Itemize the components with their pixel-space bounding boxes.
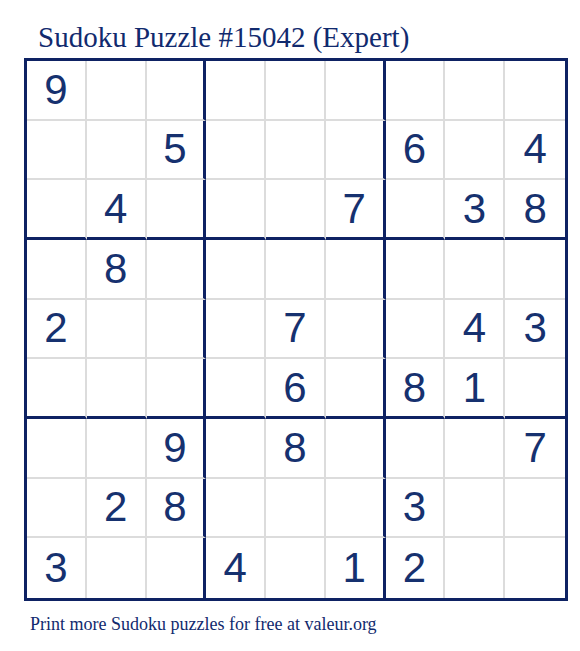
cell-r8c5 [266,479,326,539]
cell-r6c4 [206,359,266,419]
cell-r2c4 [206,121,266,181]
cell-r6c9 [505,359,565,419]
cell-r4c2: 8 [87,240,147,300]
cell-r2c3: 5 [147,121,207,181]
cell-r3c4 [206,180,266,240]
cell-r9c9 [505,538,565,598]
cell-r2c8 [445,121,505,181]
cell-r3c1 [27,180,87,240]
cell-r5c7 [386,300,446,360]
cell-r5c3 [147,300,207,360]
cell-r1c3 [147,61,207,121]
cell-r8c3: 8 [147,479,207,539]
cell-r1c4 [206,61,266,121]
cell-r3c7 [386,180,446,240]
cell-r8c4 [206,479,266,539]
cell-r7c9: 7 [505,419,565,479]
cell-r3c3 [147,180,207,240]
cell-r7c3: 9 [147,419,207,479]
cell-r3c9: 8 [505,180,565,240]
cell-r6c5: 6 [266,359,326,419]
cell-r4c6 [326,240,386,300]
cell-r1c7 [386,61,446,121]
cell-r8c8 [445,479,505,539]
cell-r6c1 [27,359,87,419]
cell-r7c1 [27,419,87,479]
cell-r4c8 [445,240,505,300]
cell-r5c9: 3 [505,300,565,360]
cell-r6c8: 1 [445,359,505,419]
cell-r4c9 [505,240,565,300]
cell-r4c7 [386,240,446,300]
cell-r5c8: 4 [445,300,505,360]
cell-r9c4: 4 [206,538,266,598]
cell-r2c6 [326,121,386,181]
cell-r9c7: 2 [386,538,446,598]
cell-r5c6 [326,300,386,360]
cell-r8c9 [505,479,565,539]
cell-r2c2 [87,121,147,181]
cell-r2c1 [27,121,87,181]
cell-r9c6: 1 [326,538,386,598]
cell-r2c7: 6 [386,121,446,181]
cell-r5c1: 2 [27,300,87,360]
cell-r1c6 [326,61,386,121]
cell-r4c3 [147,240,207,300]
cell-r1c5 [266,61,326,121]
cell-r6c7: 8 [386,359,446,419]
cell-r9c3 [147,538,207,598]
cell-r3c5 [266,180,326,240]
cell-r9c1: 3 [27,538,87,598]
cell-r7c2 [87,419,147,479]
cell-r9c5 [266,538,326,598]
cell-r3c8: 3 [445,180,505,240]
cell-r7c5: 8 [266,419,326,479]
cell-r5c5: 7 [266,300,326,360]
cell-r2c5 [266,121,326,181]
sudoku-board: 95644738827436819872833412 [24,58,568,601]
cell-r3c2: 4 [87,180,147,240]
cell-r7c7 [386,419,446,479]
cell-r2c9: 4 [505,121,565,181]
cell-r3c6: 7 [326,180,386,240]
cell-r6c6 [326,359,386,419]
cell-r7c8 [445,419,505,479]
cell-r5c2 [87,300,147,360]
cell-r1c9 [505,61,565,121]
cell-r7c6 [326,419,386,479]
cell-r4c4 [206,240,266,300]
cell-r9c8 [445,538,505,598]
cell-r6c3 [147,359,207,419]
cell-r9c2 [87,538,147,598]
cell-r4c1 [27,240,87,300]
cell-r5c4 [206,300,266,360]
cell-r8c7: 3 [386,479,446,539]
cell-r1c1: 9 [27,61,87,121]
cell-r8c1 [27,479,87,539]
cell-r1c2 [87,61,147,121]
page-title: Sudoku Puzzle #15042 (Expert) [38,18,580,56]
footer-text: Print more Sudoku puzzles for free at va… [30,614,580,635]
cell-r1c8 [445,61,505,121]
cell-r6c2 [87,359,147,419]
cell-r7c4 [206,419,266,479]
cell-r4c5 [266,240,326,300]
cell-r8c6 [326,479,386,539]
cell-r8c2: 2 [87,479,147,539]
